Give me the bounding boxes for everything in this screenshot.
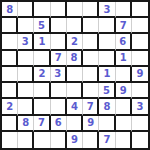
cell-r6c8[interactable]: 9 — [116, 83, 132, 99]
cell-r2c8[interactable]: 7 — [116, 18, 132, 34]
cell-r2c9[interactable] — [132, 18, 148, 34]
cell-r1c3[interactable] — [34, 2, 50, 18]
cell-r8c7[interactable] — [99, 116, 115, 132]
cell-r9c2[interactable] — [18, 132, 34, 148]
cell-r7c9[interactable]: 3 — [132, 99, 148, 115]
cell-r8c8[interactable] — [116, 116, 132, 132]
cell-r8c6[interactable]: 9 — [83, 116, 99, 132]
cell-r4c9[interactable] — [132, 51, 148, 67]
cell-r5c1[interactable] — [2, 67, 18, 83]
cell-r2c1[interactable] — [2, 18, 18, 34]
cell-r9c3[interactable] — [34, 132, 50, 148]
cell-r3c3[interactable]: 1 — [34, 34, 50, 50]
cell-r5c2[interactable] — [18, 67, 34, 83]
cell-r3c9[interactable] — [132, 34, 148, 50]
cell-r5c5[interactable] — [67, 67, 83, 83]
cell-r6c1[interactable] — [2, 83, 18, 99]
cell-r9c8[interactable] — [116, 132, 132, 148]
cell-r9c4[interactable] — [51, 132, 67, 148]
cell-r4c2[interactable] — [18, 51, 34, 67]
cell-r5c9[interactable]: 9 — [132, 67, 148, 83]
cell-r7c6[interactable]: 7 — [83, 99, 99, 115]
cell-r5c3[interactable]: 2 — [34, 67, 50, 83]
cell-r7c8[interactable] — [116, 99, 132, 115]
cell-r4c7[interactable] — [99, 51, 115, 67]
cell-r5c8[interactable] — [116, 67, 132, 83]
cell-r2c7[interactable] — [99, 18, 115, 34]
cell-r5c4[interactable]: 3 — [51, 67, 67, 83]
cell-r7c7[interactable]: 8 — [99, 99, 115, 115]
cell-r9c7[interactable]: 7 — [99, 132, 115, 148]
cell-r4c8[interactable]: 1 — [116, 51, 132, 67]
cell-r9c1[interactable] — [2, 132, 18, 148]
cell-r3c5[interactable]: 2 — [67, 34, 83, 50]
cell-r6c7[interactable]: 5 — [99, 83, 115, 99]
cell-r2c5[interactable] — [67, 18, 83, 34]
cell-r5c6[interactable] — [83, 67, 99, 83]
cell-r8c4[interactable]: 6 — [51, 116, 67, 132]
cell-r5c7[interactable]: 1 — [99, 67, 115, 83]
cell-r4c4[interactable]: 7 — [51, 51, 67, 67]
cell-r3c8[interactable]: 6 — [116, 34, 132, 50]
cell-r3c2[interactable]: 3 — [18, 34, 34, 50]
cell-r7c2[interactable] — [18, 99, 34, 115]
cell-r1c7[interactable]: 3 — [99, 2, 115, 18]
cell-r1c2[interactable] — [18, 2, 34, 18]
cell-r9c9[interactable] — [132, 132, 148, 148]
cell-r8c2[interactable]: 8 — [18, 116, 34, 132]
cell-r6c4[interactable] — [51, 83, 67, 99]
cell-r8c3[interactable]: 7 — [34, 116, 50, 132]
cell-r8c1[interactable] — [2, 116, 18, 132]
cell-r3c4[interactable] — [51, 34, 67, 50]
cell-r7c3[interactable] — [34, 99, 50, 115]
cell-r2c3[interactable]: 5 — [34, 18, 50, 34]
cell-r1c6[interactable] — [83, 2, 99, 18]
cell-r8c5[interactable] — [67, 116, 83, 132]
cell-r1c8[interactable] — [116, 2, 132, 18]
sudoku-board: 8357312678123195924783876997 — [0, 0, 150, 150]
cell-r6c3[interactable] — [34, 83, 50, 99]
cell-r9c6[interactable] — [83, 132, 99, 148]
cell-r9c5[interactable]: 9 — [67, 132, 83, 148]
cell-r7c5[interactable]: 4 — [67, 99, 83, 115]
cell-r4c5[interactable]: 8 — [67, 51, 83, 67]
cell-r4c3[interactable] — [34, 51, 50, 67]
cell-r3c7[interactable] — [99, 34, 115, 50]
cell-r1c9[interactable] — [132, 2, 148, 18]
cell-r4c6[interactable] — [83, 51, 99, 67]
cell-r6c6[interactable] — [83, 83, 99, 99]
cell-r3c1[interactable] — [2, 34, 18, 50]
cell-r4c1[interactable] — [2, 51, 18, 67]
cell-r7c4[interactable] — [51, 99, 67, 115]
cell-r2c6[interactable] — [83, 18, 99, 34]
cell-r2c4[interactable] — [51, 18, 67, 34]
cell-r1c1[interactable]: 8 — [2, 2, 18, 18]
cell-r1c4[interactable] — [51, 2, 67, 18]
cell-r6c9[interactable] — [132, 83, 148, 99]
cell-r3c6[interactable] — [83, 34, 99, 50]
cell-r2c2[interactable] — [18, 18, 34, 34]
cell-r8c9[interactable] — [132, 116, 148, 132]
cell-r1c5[interactable] — [67, 2, 83, 18]
cell-r7c1[interactable]: 2 — [2, 99, 18, 115]
cell-r6c2[interactable] — [18, 83, 34, 99]
cell-r6c5[interactable] — [67, 83, 83, 99]
